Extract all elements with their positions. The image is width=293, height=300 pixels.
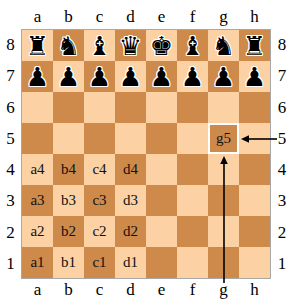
rank-label-7: 7 — [0, 60, 21, 91]
square-d3[interactable]: d3 — [115, 185, 146, 216]
rank-label-2: 2 — [0, 217, 21, 248]
square-d2[interactable]: d2 — [115, 216, 146, 247]
square-a4[interactable]: a4 — [22, 154, 53, 185]
square-b3[interactable]: b3 — [53, 185, 84, 216]
black-pawn-icon: ♟ — [181, 64, 204, 90]
square-e4[interactable] — [146, 154, 177, 185]
square-d6[interactable] — [115, 92, 146, 123]
square-name-label-c4: c4 — [92, 162, 106, 177]
square-c1[interactable]: c1 — [84, 247, 115, 278]
file-label-a: a — [22, 0, 53, 29]
black-pawn-icon: ♟ — [150, 64, 173, 90]
file-label-h: h — [239, 279, 270, 300]
black-rook-icon: ♜ — [243, 33, 266, 59]
square-name-label-b3: b3 — [61, 193, 76, 208]
black-bishop-icon: ♝ — [88, 33, 111, 59]
square-e3[interactable] — [146, 185, 177, 216]
square-h1[interactable] — [239, 247, 270, 278]
square-g1[interactable] — [208, 247, 239, 278]
black-bishop-icon: ♝ — [181, 33, 204, 59]
rank-label-5: 5 — [0, 123, 21, 154]
square-name-label-a3: a3 — [30, 193, 44, 208]
square-g4[interactable] — [208, 154, 239, 185]
file-label-e: e — [146, 0, 177, 29]
black-rook-icon: ♜ — [26, 33, 49, 59]
black-pawn-icon: ♟ — [26, 64, 49, 90]
square-h5[interactable] — [239, 123, 270, 154]
square-f4[interactable] — [177, 154, 208, 185]
square-a2[interactable]: a2 — [22, 216, 53, 247]
square-e2[interactable] — [146, 216, 177, 247]
square-name-label-d1: d1 — [123, 255, 138, 270]
square-g7[interactable]: ♟ — [208, 61, 239, 92]
square-b8[interactable]: ♞ — [53, 30, 84, 61]
square-e7[interactable]: ♟ — [146, 61, 177, 92]
square-h3[interactable] — [239, 185, 270, 216]
square-f1[interactable] — [177, 247, 208, 278]
square-c5[interactable] — [84, 123, 115, 154]
rank-label-1: 1 — [271, 248, 293, 279]
rank-labels-right: 87654321 — [271, 29, 293, 279]
file-label-c: c — [84, 0, 115, 29]
square-h7[interactable]: ♟ — [239, 61, 270, 92]
square-f3[interactable] — [177, 185, 208, 216]
file-label-b: b — [53, 0, 84, 29]
black-knight-icon: ♞ — [212, 33, 235, 59]
square-c6[interactable] — [84, 92, 115, 123]
square-name-label-a4: a4 — [30, 162, 44, 177]
rank-label-8: 8 — [271, 29, 293, 60]
rank-label-3: 3 — [0, 185, 21, 216]
square-d8[interactable]: ♛ — [115, 30, 146, 61]
square-f2[interactable] — [177, 216, 208, 247]
file-labels-top: abcdefgh — [22, 0, 270, 29]
square-f5[interactable] — [177, 123, 208, 154]
square-name-label-d2: d2 — [123, 224, 138, 239]
square-d4[interactable]: d4 — [115, 154, 146, 185]
file-label-c: c — [84, 279, 115, 300]
square-f6[interactable] — [177, 92, 208, 123]
square-name-label-d4: d4 — [123, 162, 138, 177]
file-label-b: b — [53, 279, 84, 300]
square-c8[interactable]: ♝ — [84, 30, 115, 61]
square-h2[interactable] — [239, 216, 270, 247]
rank-label-6: 6 — [271, 92, 293, 123]
square-c3[interactable]: c3 — [84, 185, 115, 216]
square-b4[interactable]: b4 — [53, 154, 84, 185]
square-g8[interactable]: ♞ — [208, 30, 239, 61]
square-b5[interactable] — [53, 123, 84, 154]
chess-square-naming-diagram: abcdefgh 87654321 87654321 abcdefgh ♜♞♝♛… — [0, 0, 293, 300]
file-label-f: f — [177, 279, 208, 300]
black-pawn-icon: ♟ — [212, 64, 235, 90]
square-a8[interactable]: ♜ — [22, 30, 53, 61]
square-c4[interactable]: c4 — [84, 154, 115, 185]
square-e1[interactable] — [146, 247, 177, 278]
square-c2[interactable]: c2 — [84, 216, 115, 247]
square-g6[interactable] — [208, 92, 239, 123]
square-b6[interactable] — [53, 92, 84, 123]
square-a5[interactable] — [22, 123, 53, 154]
square-name-label-a2: a2 — [30, 224, 44, 239]
square-e5[interactable] — [146, 123, 177, 154]
square-f8[interactable]: ♝ — [177, 30, 208, 61]
square-e8[interactable]: ♚ — [146, 30, 177, 61]
black-queen-icon: ♛ — [119, 33, 142, 59]
highlighted-square-label: g5 — [216, 131, 231, 146]
square-f7[interactable]: ♟ — [177, 61, 208, 92]
rank-label-4: 4 — [0, 154, 21, 185]
square-h6[interactable] — [239, 92, 270, 123]
square-a6[interactable] — [22, 92, 53, 123]
square-h4[interactable] — [239, 154, 270, 185]
square-name-label-b1: b1 — [61, 255, 76, 270]
file-label-d: d — [115, 279, 146, 300]
square-b1[interactable]: b1 — [53, 247, 84, 278]
square-a3[interactable]: a3 — [22, 185, 53, 216]
square-name-label-b4: b4 — [61, 162, 76, 177]
rank-label-7: 7 — [271, 60, 293, 91]
black-pawn-icon: ♟ — [119, 64, 142, 90]
file-label-g: g — [208, 0, 239, 29]
black-pawn-icon: ♟ — [88, 64, 111, 90]
square-name-label-d3: d3 — [123, 193, 138, 208]
square-d5[interactable] — [115, 123, 146, 154]
rank-label-3: 3 — [271, 185, 293, 216]
file-label-a: a — [22, 279, 53, 300]
square-g2[interactable] — [208, 216, 239, 247]
square-h8[interactable]: ♜ — [239, 30, 270, 61]
square-a1[interactable]: a1 — [22, 247, 53, 278]
file-label-f: f — [177, 0, 208, 29]
file-label-g: g — [208, 279, 239, 300]
rank-label-1: 1 — [0, 248, 21, 279]
square-name-label-c2: c2 — [92, 224, 106, 239]
square-b2[interactable]: b2 — [53, 216, 84, 247]
square-b7[interactable]: ♟ — [53, 61, 84, 92]
square-name-label-c1: c1 — [92, 255, 106, 270]
file-label-d: d — [115, 0, 146, 29]
rank-label-5: 5 — [271, 123, 293, 154]
file-label-e: e — [146, 279, 177, 300]
file-label-h: h — [239, 0, 270, 29]
rank-label-8: 8 — [0, 29, 21, 60]
rank-label-4: 4 — [271, 154, 293, 185]
black-pawn-icon: ♟ — [57, 64, 80, 90]
file-labels-bottom: abcdefgh — [22, 279, 270, 300]
square-name-label-c3: c3 — [92, 193, 106, 208]
chessboard: ♜♞♝♛♚♝♞♜♟♟♟♟♟♟♟♟g5a4b4c4d4a3b3c3d3a2b2c2… — [21, 29, 271, 279]
square-name-label-b2: b2 — [61, 224, 76, 239]
square-c7[interactable]: ♟ — [84, 61, 115, 92]
square-e6[interactable] — [146, 92, 177, 123]
rank-labels-left: 87654321 — [0, 29, 21, 279]
square-name-label-a1: a1 — [30, 255, 44, 270]
rank-label-2: 2 — [271, 217, 293, 248]
square-a7[interactable]: ♟ — [22, 61, 53, 92]
square-g5[interactable]: g5 — [208, 123, 239, 154]
square-g3[interactable] — [208, 185, 239, 216]
black-knight-icon: ♞ — [57, 33, 80, 59]
black-king-icon: ♚ — [150, 33, 173, 59]
square-d7[interactable]: ♟ — [115, 61, 146, 92]
square-d1[interactable]: d1 — [115, 247, 146, 278]
black-pawn-icon: ♟ — [243, 64, 266, 90]
rank-label-6: 6 — [0, 92, 21, 123]
